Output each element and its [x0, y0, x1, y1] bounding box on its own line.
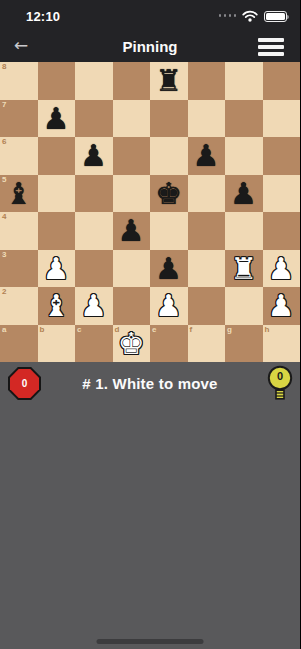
white-pawn-c2: ♟ — [75, 287, 113, 325]
square-c4[interactable] — [75, 212, 113, 250]
black-pawn-g5: ♟ — [225, 175, 263, 213]
square-e7[interactable] — [150, 100, 188, 138]
coord-file-c: c — [77, 326, 81, 334]
square-h2[interactable]: ♟ — [263, 287, 301, 325]
square-f8[interactable] — [188, 62, 226, 100]
black-pawn-c6: ♟ — [75, 137, 113, 175]
black-pawn-f6: ♟ — [188, 137, 226, 175]
coord-rank-2: 2 — [2, 288, 6, 296]
square-d2[interactable] — [113, 287, 151, 325]
cellular-signal-icon — [219, 14, 236, 17]
square-g1[interactable]: g — [225, 325, 263, 363]
square-f6[interactable]: ♟ — [188, 137, 226, 175]
square-e1[interactable]: e — [150, 325, 188, 363]
square-e6[interactable] — [150, 137, 188, 175]
square-c2[interactable]: ♟ — [75, 287, 113, 325]
square-a7[interactable]: 7 — [0, 100, 38, 138]
coord-rank-7: 7 — [2, 101, 6, 109]
square-e2[interactable]: ♟ — [150, 287, 188, 325]
white-pawn-h2: ♟ — [263, 287, 301, 325]
coord-file-e: e — [152, 326, 156, 334]
square-g2[interactable] — [225, 287, 263, 325]
square-h7[interactable] — [263, 100, 301, 138]
square-g3[interactable]: ♜ — [225, 250, 263, 288]
stop-sign-icon: 0 — [10, 369, 39, 398]
home-indicator[interactable] — [97, 639, 204, 644]
square-a8[interactable]: 8 — [0, 62, 38, 100]
square-b4[interactable] — [38, 212, 76, 250]
coord-file-d: d — [115, 326, 120, 334]
square-a4[interactable]: 4 — [0, 212, 38, 250]
square-h4[interactable] — [263, 212, 301, 250]
hints-count: 0 — [277, 370, 283, 382]
black-rook-e8: ♜ — [150, 62, 188, 100]
square-f7[interactable] — [188, 100, 226, 138]
status-bar: 12:10 — [0, 0, 300, 30]
puzzle-info-bar: 0 # 1. White to move 0 — [0, 362, 300, 405]
square-d5[interactable] — [113, 175, 151, 213]
square-b1[interactable]: b — [38, 325, 76, 363]
square-d7[interactable] — [113, 100, 151, 138]
chess-board: 8♜7♟6♟♟5♝♚♟4♟3♟♟♜♟2♝♟♟♟abcd♚efgh — [0, 62, 300, 362]
square-b6[interactable] — [38, 137, 76, 175]
puzzle-caption: # 1. White to move — [0, 375, 300, 392]
square-c7[interactable] — [75, 100, 113, 138]
square-b5[interactable] — [38, 175, 76, 213]
square-h8[interactable] — [263, 62, 301, 100]
coord-file-a: a — [2, 326, 6, 334]
square-f5[interactable] — [188, 175, 226, 213]
white-pawn-e2: ♟ — [150, 287, 188, 325]
square-g7[interactable] — [225, 100, 263, 138]
back-arrow-icon[interactable]: ← — [0, 33, 38, 60]
square-h1[interactable]: h — [263, 325, 301, 363]
square-f3[interactable] — [188, 250, 226, 288]
coord-rank-5: 5 — [2, 176, 6, 184]
square-h3[interactable]: ♟ — [263, 250, 301, 288]
white-bishop-b2: ♝ — [38, 287, 76, 325]
coord-file-b: b — [40, 326, 45, 334]
square-d3[interactable] — [113, 250, 151, 288]
square-a2[interactable]: 2 — [0, 287, 38, 325]
nav-bar: ← Pinning — [0, 30, 300, 62]
coord-rank-4: 4 — [2, 213, 6, 221]
square-a6[interactable]: 6 — [0, 137, 38, 175]
square-h6[interactable] — [263, 137, 301, 175]
square-g4[interactable] — [225, 212, 263, 250]
wifi-icon — [242, 10, 258, 22]
square-d4[interactable]: ♟ — [113, 212, 151, 250]
square-a1[interactable]: a — [0, 325, 38, 363]
hamburger-menu-icon[interactable] — [255, 35, 287, 59]
white-rook-g3: ♜ — [225, 250, 263, 288]
square-e3[interactable]: ♟ — [150, 250, 188, 288]
square-d6[interactable] — [113, 137, 151, 175]
square-c3[interactable] — [75, 250, 113, 288]
coord-rank-3: 3 — [2, 251, 6, 259]
coord-file-h: h — [265, 326, 270, 334]
mistakes-badge: 0 — [8, 367, 41, 400]
square-c6[interactable]: ♟ — [75, 137, 113, 175]
square-b7[interactable]: ♟ — [38, 100, 76, 138]
hint-lightbulb-icon[interactable]: 0 — [266, 365, 294, 403]
app-screen: 12:10 ← Pinning 8♜7♟6♟♟5♝♚♟4♟3♟♟♜♟2♝♟♟♟a… — [0, 0, 300, 649]
coord-rank-8: 8 — [2, 63, 6, 71]
black-pawn-e3: ♟ — [150, 250, 188, 288]
square-b3[interactable]: ♟ — [38, 250, 76, 288]
black-pawn-b7: ♟ — [38, 100, 76, 138]
coord-file-f: f — [190, 326, 193, 334]
clock: 12:10 — [26, 9, 60, 24]
square-g6[interactable] — [225, 137, 263, 175]
black-king-e5: ♚ — [150, 175, 188, 213]
square-f4[interactable] — [188, 212, 226, 250]
square-h5[interactable] — [263, 175, 301, 213]
mistakes-count: 0 — [22, 378, 28, 389]
white-pawn-b3: ♟ — [38, 250, 76, 288]
square-d8[interactable] — [113, 62, 151, 100]
square-c1[interactable]: c — [75, 325, 113, 363]
square-e4[interactable] — [150, 212, 188, 250]
square-g8[interactable] — [225, 62, 263, 100]
square-a5[interactable]: 5♝ — [0, 175, 38, 213]
battery-icon — [264, 11, 287, 22]
status-icons — [219, 10, 290, 22]
coord-file-g: g — [227, 326, 232, 334]
square-c5[interactable] — [75, 175, 113, 213]
square-g5[interactable]: ♟ — [225, 175, 263, 213]
coord-rank-6: 6 — [2, 138, 6, 146]
content-area — [0, 405, 300, 649]
square-d1[interactable]: d♚ — [113, 325, 151, 363]
square-e8[interactable]: ♜ — [150, 62, 188, 100]
square-e5[interactable]: ♚ — [150, 175, 188, 213]
square-f1[interactable]: f — [188, 325, 226, 363]
square-b2[interactable]: ♝ — [38, 287, 76, 325]
square-f2[interactable] — [188, 287, 226, 325]
square-b8[interactable] — [38, 62, 76, 100]
square-c8[interactable] — [75, 62, 113, 100]
square-a3[interactable]: 3 — [0, 250, 38, 288]
white-pawn-h3: ♟ — [263, 250, 301, 288]
black-pawn-d4: ♟ — [113, 212, 151, 250]
